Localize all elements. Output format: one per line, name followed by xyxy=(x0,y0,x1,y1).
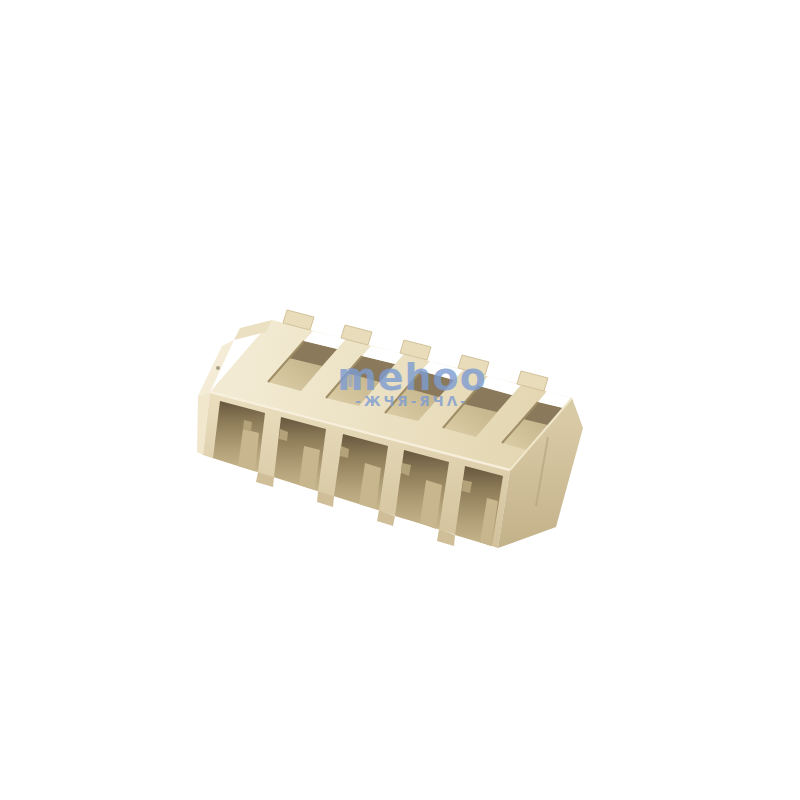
watermark: i mehoo -ЖЧЯ-ЯЧΛ- xyxy=(337,355,487,409)
connector-illustration: i mehoo -ЖЧЯ-ЯЧΛ- xyxy=(0,0,800,800)
product-photo: i mehoo -ЖЧЯ-ЯЧΛ- xyxy=(0,0,800,800)
dust-speck xyxy=(216,366,220,370)
watermark-tagline-text: -ЖЧЯ-ЯЧΛ- xyxy=(355,393,468,409)
